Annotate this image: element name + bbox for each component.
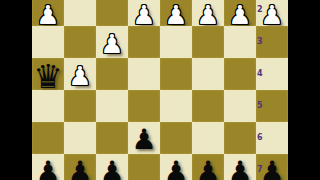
- square-b7[interactable]: ♟: [224, 154, 256, 180]
- white-pawn[interactable]: ♟: [196, 2, 219, 28]
- white-pawn[interactable]: ♟: [68, 63, 91, 89]
- square-d3[interactable]: [160, 26, 192, 58]
- square-a5[interactable]: 5: [256, 90, 288, 122]
- square-d4[interactable]: [160, 58, 192, 90]
- square-e4[interactable]: [128, 58, 160, 90]
- app-background: ♟♟♟♟♟2♟♟3♛♟45♟6♟♟♟♟♟♟7♟: [0, 0, 320, 180]
- black-pawn[interactable]: ♟: [195, 158, 220, 180]
- white-pawn[interactable]: ♟: [228, 2, 251, 28]
- square-g6[interactable]: [64, 122, 96, 154]
- square-b5[interactable]: [224, 90, 256, 122]
- square-a4[interactable]: 4: [256, 58, 288, 90]
- black-pawn[interactable]: ♟: [227, 158, 252, 180]
- square-f4[interactable]: [96, 58, 128, 90]
- square-a7[interactable]: 7♟: [256, 154, 288, 180]
- square-g3[interactable]: [64, 26, 96, 58]
- square-g5[interactable]: [64, 90, 96, 122]
- rank-label-5: 5: [257, 102, 263, 110]
- black-pawn[interactable]: ♟: [259, 158, 284, 180]
- square-h5[interactable]: [32, 90, 64, 122]
- square-c2[interactable]: ♟: [192, 0, 224, 26]
- square-a6[interactable]: 6: [256, 122, 288, 154]
- square-c7[interactable]: ♟: [192, 154, 224, 180]
- square-b3[interactable]: [224, 26, 256, 58]
- rank-label-4: 4: [257, 70, 263, 78]
- square-c3[interactable]: [192, 26, 224, 58]
- square-e5[interactable]: [128, 90, 160, 122]
- square-h2[interactable]: ♟: [32, 0, 64, 26]
- black-pawn[interactable]: ♟: [99, 158, 124, 180]
- square-e2[interactable]: ♟: [128, 0, 160, 26]
- square-f5[interactable]: [96, 90, 128, 122]
- square-f3[interactable]: ♟: [96, 26, 128, 58]
- square-e3[interactable]: [128, 26, 160, 58]
- square-c6[interactable]: [192, 122, 224, 154]
- black-pawn[interactable]: ♟: [131, 126, 156, 154]
- square-e6[interactable]: ♟: [128, 122, 160, 154]
- white-pawn[interactable]: ♟: [100, 31, 123, 57]
- square-h6[interactable]: [32, 122, 64, 154]
- square-d7[interactable]: ♟: [160, 154, 192, 180]
- square-b6[interactable]: [224, 122, 256, 154]
- square-f7[interactable]: ♟: [96, 154, 128, 180]
- white-pawn[interactable]: ♟: [164, 2, 187, 28]
- square-b2[interactable]: ♟: [224, 0, 256, 26]
- black-pawn[interactable]: ♟: [67, 158, 92, 180]
- chess-board: ♟♟♟♟♟2♟♟3♛♟45♟6♟♟♟♟♟♟7♟: [32, 0, 288, 180]
- square-f6[interactable]: [96, 122, 128, 154]
- square-c5[interactable]: [192, 90, 224, 122]
- rank-label-6: 6: [257, 134, 263, 142]
- square-a3[interactable]: 3: [256, 26, 288, 58]
- square-a2[interactable]: 2♟: [256, 0, 288, 26]
- black-queen[interactable]: ♛: [33, 60, 63, 93]
- square-d6[interactable]: [160, 122, 192, 154]
- square-b4[interactable]: [224, 58, 256, 90]
- white-pawn[interactable]: ♟: [36, 2, 59, 28]
- square-d5[interactable]: [160, 90, 192, 122]
- rank-label-3: 3: [257, 38, 263, 46]
- white-pawn[interactable]: ♟: [132, 2, 155, 28]
- square-h3[interactable]: [32, 26, 64, 58]
- square-d2[interactable]: ♟: [160, 0, 192, 26]
- white-pawn[interactable]: ♟: [260, 2, 283, 28]
- square-f2[interactable]: [96, 0, 128, 26]
- square-h7[interactable]: ♟: [32, 154, 64, 180]
- square-g2[interactable]: [64, 0, 96, 26]
- square-h4[interactable]: ♛: [32, 58, 64, 90]
- square-g4[interactable]: ♟: [64, 58, 96, 90]
- square-g7[interactable]: ♟: [64, 154, 96, 180]
- black-pawn[interactable]: ♟: [163, 158, 188, 180]
- square-c4[interactable]: [192, 58, 224, 90]
- black-pawn[interactable]: ♟: [35, 158, 60, 180]
- square-e7[interactable]: [128, 154, 160, 180]
